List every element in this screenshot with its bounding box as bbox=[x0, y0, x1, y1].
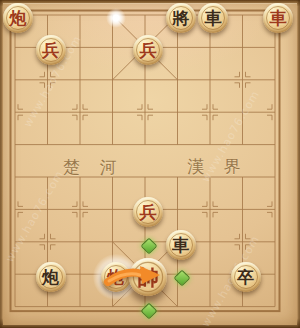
piece-black-general[interactable]: 將 bbox=[166, 3, 196, 33]
board-field[interactable]: 楚 河 漢 界 www.hao76.com www.hao76.com www.… bbox=[3, 3, 297, 325]
piece-character: 卒 bbox=[231, 262, 261, 292]
piece-black-chariot[interactable]: 車 bbox=[166, 230, 196, 260]
piece-character: 兵 bbox=[133, 197, 163, 227]
piece-character: 車 bbox=[198, 3, 228, 33]
piece-red-cannon[interactable]: 炮 bbox=[3, 3, 33, 33]
piece-red-soldier[interactable]: 兵 bbox=[133, 197, 163, 227]
xiangqi-board[interactable]: 楚 河 漢 界 www.hao76.com www.hao76.com www.… bbox=[0, 0, 300, 328]
piece-black-soldier[interactable]: 卒 bbox=[231, 262, 261, 292]
piece-red-soldier[interactable]: 兵 bbox=[36, 35, 66, 65]
piece-red-chariot[interactable]: 車 bbox=[263, 3, 293, 33]
piece-red-soldier[interactable]: 兵 bbox=[133, 35, 163, 65]
hint-arrow-icon bbox=[102, 263, 165, 289]
river-label-han: 漢 界 bbox=[187, 155, 247, 178]
piece-character: 將 bbox=[166, 3, 196, 33]
piece-character: 車 bbox=[166, 230, 196, 260]
piece-character: 炮 bbox=[3, 3, 33, 33]
river-label-chu: 楚 河 bbox=[63, 156, 123, 179]
piece-black-chariot[interactable]: 車 bbox=[198, 3, 228, 33]
piece-black-cannon[interactable]: 炮 bbox=[36, 262, 66, 292]
piece-character: 兵 bbox=[133, 35, 163, 65]
piece-character: 炮 bbox=[36, 262, 66, 292]
piece-character: 兵 bbox=[36, 35, 66, 65]
piece-character: 車 bbox=[263, 3, 293, 33]
move-from-sparkle bbox=[106, 8, 126, 28]
